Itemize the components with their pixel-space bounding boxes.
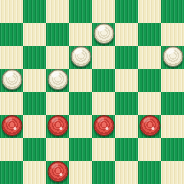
square-b1 — [23, 161, 46, 184]
square-d5 — [69, 69, 92, 92]
square-a7[interactable] — [0, 23, 23, 46]
square-c3[interactable] — [46, 115, 69, 138]
square-c1[interactable] — [46, 161, 69, 184]
square-g3[interactable] — [138, 115, 161, 138]
square-d1 — [69, 161, 92, 184]
square-d8[interactable] — [69, 0, 92, 23]
square-e2 — [92, 138, 115, 161]
square-g1[interactable] — [138, 161, 161, 184]
square-b8[interactable] — [23, 0, 46, 23]
square-c5[interactable] — [46, 69, 69, 92]
square-d2[interactable] — [69, 138, 92, 161]
red-man[interactable] — [139, 115, 160, 136]
square-f5 — [115, 69, 138, 92]
square-c2 — [46, 138, 69, 161]
square-h5 — [161, 69, 184, 92]
square-f1 — [115, 161, 138, 184]
white-man[interactable] — [47, 69, 68, 90]
square-c4 — [46, 92, 69, 115]
square-b4[interactable] — [23, 92, 46, 115]
white-man[interactable] — [162, 46, 183, 67]
square-c8 — [46, 0, 69, 23]
square-a2 — [0, 138, 23, 161]
square-b2[interactable] — [23, 138, 46, 161]
square-f6[interactable] — [115, 46, 138, 69]
square-d4[interactable] — [69, 92, 92, 115]
square-a3[interactable] — [0, 115, 23, 138]
square-f8[interactable] — [115, 0, 138, 23]
square-g5[interactable] — [138, 69, 161, 92]
square-e7[interactable] — [92, 23, 115, 46]
square-g2 — [138, 138, 161, 161]
square-h4[interactable] — [161, 92, 184, 115]
square-b3 — [23, 115, 46, 138]
square-a4 — [0, 92, 23, 115]
red-man[interactable] — [47, 161, 68, 182]
square-c6 — [46, 46, 69, 69]
square-d3 — [69, 115, 92, 138]
square-a6 — [0, 46, 23, 69]
square-b7 — [23, 23, 46, 46]
square-e5[interactable] — [92, 69, 115, 92]
square-b5 — [23, 69, 46, 92]
square-b6[interactable] — [23, 46, 46, 69]
square-a8 — [0, 0, 23, 23]
white-man[interactable] — [1, 69, 22, 90]
square-h1 — [161, 161, 184, 184]
square-g7[interactable] — [138, 23, 161, 46]
square-c7[interactable] — [46, 23, 69, 46]
square-h6[interactable] — [161, 46, 184, 69]
square-e8 — [92, 0, 115, 23]
red-man[interactable] — [1, 115, 22, 136]
square-g6 — [138, 46, 161, 69]
square-h3 — [161, 115, 184, 138]
square-h7 — [161, 23, 184, 46]
square-g8 — [138, 0, 161, 23]
white-man[interactable] — [70, 46, 91, 67]
square-e6 — [92, 46, 115, 69]
square-g4 — [138, 92, 161, 115]
checkers-board — [0, 0, 184, 184]
square-f7 — [115, 23, 138, 46]
red-man[interactable] — [47, 115, 68, 136]
square-h2[interactable] — [161, 138, 184, 161]
square-f2[interactable] — [115, 138, 138, 161]
square-e3[interactable] — [92, 115, 115, 138]
white-man[interactable] — [93, 23, 114, 44]
square-f3 — [115, 115, 138, 138]
square-h8[interactable] — [161, 0, 184, 23]
square-f4[interactable] — [115, 92, 138, 115]
square-d6[interactable] — [69, 46, 92, 69]
square-e1[interactable] — [92, 161, 115, 184]
square-a5[interactable] — [0, 69, 23, 92]
square-a1[interactable] — [0, 161, 23, 184]
square-e4 — [92, 92, 115, 115]
red-man[interactable] — [93, 115, 114, 136]
square-d7 — [69, 23, 92, 46]
